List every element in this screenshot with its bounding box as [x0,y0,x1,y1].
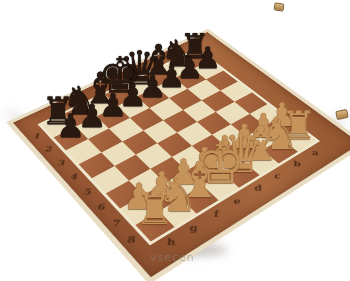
rank-label: 5 [83,188,92,196]
rank-label: 8 [127,236,136,245]
file-label: f [213,210,218,219]
watermark: vsecen [150,251,195,264]
file-label: h [166,238,175,247]
rank-label: 3 [56,159,65,166]
rank-label: 7 [111,219,120,228]
file-label: a [312,149,319,156]
file-label: b [293,161,301,168]
piece-white-rook-h8[interactable]: ♜ [135,188,174,232]
rank-label: 6 [97,203,106,211]
rank-label: 1 [32,133,41,140]
rank-label: 2 [44,146,53,153]
rank-label: 4 [69,173,78,181]
file-label: g [189,224,198,233]
file-label: c [274,172,281,180]
file-label: d [254,185,262,193]
file-label: e [233,197,240,205]
clasp-icon [273,2,284,11]
piece-black-pawn-h2[interactable]: ♟ [56,110,85,143]
product-photo-stage: 12345678hgfedcba ♜♞♝♚♛♝♞♜♟♟♟♟♟♟♟♟♟♟♟♟♟♟♟… [0,0,350,281]
